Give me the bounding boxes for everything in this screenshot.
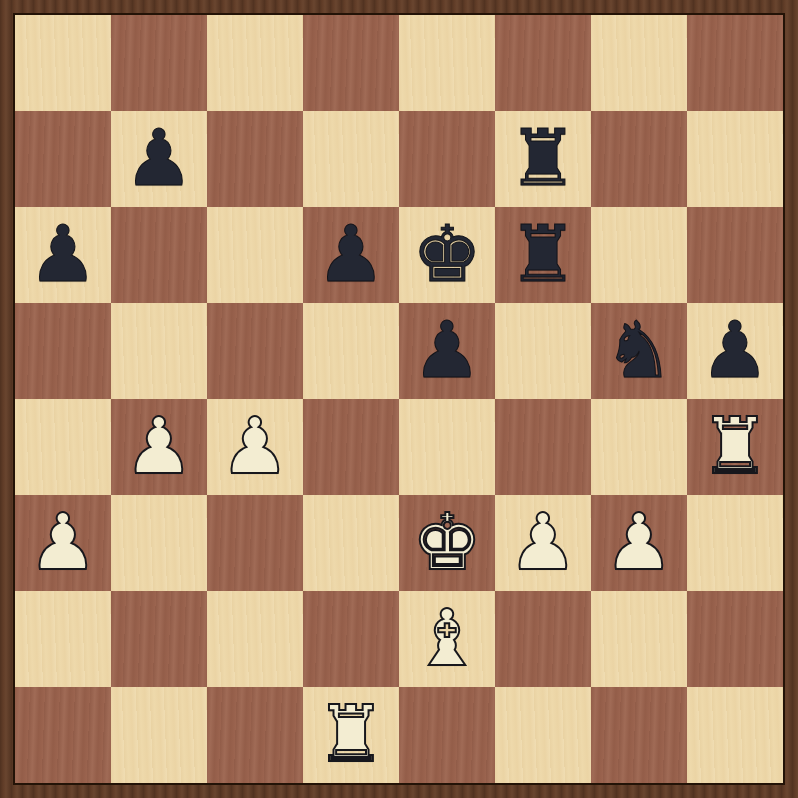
piece-white-pawn[interactable]: ♟ xyxy=(111,399,207,495)
square-a6[interactable]: ♟ xyxy=(15,207,111,303)
piece-black-pawn[interactable]: ♟ xyxy=(687,303,783,399)
square-c1[interactable] xyxy=(207,687,303,783)
piece-black-knight[interactable]: ♞ xyxy=(591,303,687,399)
square-e1[interactable] xyxy=(399,687,495,783)
square-b8[interactable] xyxy=(111,15,207,111)
square-g1[interactable] xyxy=(591,687,687,783)
square-f2[interactable] xyxy=(495,591,591,687)
square-c6[interactable] xyxy=(207,207,303,303)
square-h3[interactable] xyxy=(687,495,783,591)
square-d3[interactable] xyxy=(303,495,399,591)
square-g5[interactable]: ♞ xyxy=(591,303,687,399)
square-h7[interactable] xyxy=(687,111,783,207)
square-a4[interactable] xyxy=(15,399,111,495)
square-c4[interactable]: ♟ xyxy=(207,399,303,495)
piece-black-rook[interactable]: ♜ xyxy=(495,111,591,207)
square-f6[interactable]: ♜ xyxy=(495,207,591,303)
square-b7[interactable]: ♟ xyxy=(111,111,207,207)
piece-black-king[interactable]: ♚ xyxy=(399,207,495,303)
square-d7[interactable] xyxy=(303,111,399,207)
square-h6[interactable] xyxy=(687,207,783,303)
piece-white-king[interactable]: ♚ xyxy=(399,495,495,591)
square-g2[interactable] xyxy=(591,591,687,687)
square-a7[interactable] xyxy=(15,111,111,207)
square-f7[interactable]: ♜ xyxy=(495,111,591,207)
square-d2[interactable] xyxy=(303,591,399,687)
square-h2[interactable] xyxy=(687,591,783,687)
square-b6[interactable] xyxy=(111,207,207,303)
square-e3[interactable]: ♚ xyxy=(399,495,495,591)
square-a5[interactable] xyxy=(15,303,111,399)
square-c5[interactable] xyxy=(207,303,303,399)
square-e8[interactable] xyxy=(399,15,495,111)
square-d4[interactable] xyxy=(303,399,399,495)
square-a2[interactable] xyxy=(15,591,111,687)
square-g7[interactable] xyxy=(591,111,687,207)
square-f5[interactable] xyxy=(495,303,591,399)
square-b4[interactable]: ♟ xyxy=(111,399,207,495)
square-e5[interactable]: ♟ xyxy=(399,303,495,399)
square-g4[interactable] xyxy=(591,399,687,495)
piece-black-pawn[interactable]: ♟ xyxy=(15,207,111,303)
square-c3[interactable] xyxy=(207,495,303,591)
piece-black-rook[interactable]: ♜ xyxy=(495,207,591,303)
piece-black-pawn[interactable]: ♟ xyxy=(303,207,399,303)
square-a1[interactable] xyxy=(15,687,111,783)
square-g6[interactable] xyxy=(591,207,687,303)
piece-white-pawn[interactable]: ♟ xyxy=(207,399,303,495)
piece-white-rook[interactable]: ♜ xyxy=(687,399,783,495)
piece-white-rook[interactable]: ♜ xyxy=(303,687,399,783)
piece-white-pawn[interactable]: ♟ xyxy=(15,495,111,591)
square-h1[interactable] xyxy=(687,687,783,783)
square-b1[interactable] xyxy=(111,687,207,783)
chess-board: ♟♜♟♟♚♜♟♞♟♟♟♜♟♚♟♟♝♜ xyxy=(15,15,783,783)
piece-white-bishop[interactable]: ♝ xyxy=(399,591,495,687)
piece-white-pawn[interactable]: ♟ xyxy=(591,495,687,591)
square-e4[interactable] xyxy=(399,399,495,495)
square-g3[interactable]: ♟ xyxy=(591,495,687,591)
piece-white-pawn[interactable]: ♟ xyxy=(495,495,591,591)
square-f1[interactable] xyxy=(495,687,591,783)
square-h4[interactable]: ♜ xyxy=(687,399,783,495)
piece-black-pawn[interactable]: ♟ xyxy=(111,111,207,207)
square-b2[interactable] xyxy=(111,591,207,687)
square-d6[interactable]: ♟ xyxy=(303,207,399,303)
square-c7[interactable] xyxy=(207,111,303,207)
square-e2[interactable]: ♝ xyxy=(399,591,495,687)
square-e7[interactable] xyxy=(399,111,495,207)
square-b5[interactable] xyxy=(111,303,207,399)
square-h5[interactable]: ♟ xyxy=(687,303,783,399)
square-f3[interactable]: ♟ xyxy=(495,495,591,591)
square-d1[interactable]: ♜ xyxy=(303,687,399,783)
square-a8[interactable] xyxy=(15,15,111,111)
board-inner-border: ♟♜♟♟♚♜♟♞♟♟♟♜♟♚♟♟♝♜ xyxy=(13,13,785,785)
square-e6[interactable]: ♚ xyxy=(399,207,495,303)
square-d5[interactable] xyxy=(303,303,399,399)
piece-black-pawn[interactable]: ♟ xyxy=(399,303,495,399)
square-g8[interactable] xyxy=(591,15,687,111)
square-d8[interactable] xyxy=(303,15,399,111)
square-a3[interactable]: ♟ xyxy=(15,495,111,591)
square-c8[interactable] xyxy=(207,15,303,111)
square-f8[interactable] xyxy=(495,15,591,111)
square-h8[interactable] xyxy=(687,15,783,111)
square-f4[interactable] xyxy=(495,399,591,495)
square-c2[interactable] xyxy=(207,591,303,687)
board-frame: ♟♜♟♟♚♜♟♞♟♟♟♜♟♚♟♟♝♜ xyxy=(0,0,798,798)
square-b3[interactable] xyxy=(111,495,207,591)
